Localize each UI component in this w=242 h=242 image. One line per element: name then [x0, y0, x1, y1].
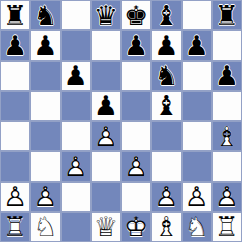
square-b1[interactable]: ♘	[30, 212, 60, 242]
white-bishop: ♗	[151, 212, 181, 242]
square-a4[interactable]	[0, 121, 30, 151]
square-b2[interactable]: ♙	[30, 182, 60, 212]
white-pawn: ♙	[151, 182, 181, 212]
white-pawn: ♙	[121, 151, 151, 181]
black-pawn: ♟	[30, 30, 60, 60]
white-pawn: ♙	[0, 182, 30, 212]
square-a3[interactable]	[0, 151, 30, 181]
square-h2[interactable]: ♙	[212, 182, 242, 212]
white-pawn: ♙	[91, 121, 121, 151]
square-h1[interactable]: ♖	[212, 212, 242, 242]
black-pawn: ♟	[121, 30, 151, 60]
square-g8[interactable]	[182, 0, 212, 30]
square-f2[interactable]: ♙	[151, 182, 181, 212]
square-b4[interactable]	[30, 121, 60, 151]
black-rook: ♜	[0, 0, 30, 30]
square-g1[interactable]: ♘	[182, 212, 212, 242]
square-c7[interactable]	[61, 30, 91, 60]
square-d6[interactable]	[91, 61, 121, 91]
square-d3[interactable]	[91, 151, 121, 181]
square-a1[interactable]: ♖	[0, 212, 30, 242]
square-d2[interactable]	[91, 182, 121, 212]
black-knight: ♞	[30, 0, 60, 30]
square-d1[interactable]: ♕	[91, 212, 121, 242]
white-pawn: ♙	[212, 182, 242, 212]
black-pawn: ♟	[0, 30, 30, 60]
square-e7[interactable]: ♟	[121, 30, 151, 60]
square-a2[interactable]: ♙	[0, 182, 30, 212]
square-b6[interactable]	[30, 61, 60, 91]
square-g5[interactable]	[182, 91, 212, 121]
white-king: ♔	[121, 212, 151, 242]
square-d4[interactable]: ♙	[91, 121, 121, 151]
white-knight: ♘	[182, 212, 212, 242]
square-a5[interactable]	[0, 91, 30, 121]
square-d8[interactable]: ♛	[91, 0, 121, 30]
square-e6[interactable]	[121, 61, 151, 91]
black-rook: ♜	[212, 0, 242, 30]
white-pawn: ♙	[61, 151, 91, 181]
white-knight: ♘	[30, 212, 60, 242]
black-pawn: ♟	[151, 30, 181, 60]
square-f8[interactable]: ♝	[151, 0, 181, 30]
square-g4[interactable]	[182, 121, 212, 151]
white-rook: ♖	[0, 212, 30, 242]
square-f6[interactable]: ♞	[151, 61, 181, 91]
square-g3[interactable]	[182, 151, 212, 181]
square-f3[interactable]	[151, 151, 181, 181]
square-h3[interactable]	[212, 151, 242, 181]
square-e4[interactable]	[121, 121, 151, 151]
square-e5[interactable]	[121, 91, 151, 121]
white-pawn: ♙	[30, 182, 60, 212]
square-c4[interactable]	[61, 121, 91, 151]
square-e2[interactable]	[121, 182, 151, 212]
square-b8[interactable]: ♞	[30, 0, 60, 30]
square-g7[interactable]: ♟	[182, 30, 212, 60]
square-a8[interactable]: ♜	[0, 0, 30, 30]
square-b5[interactable]	[30, 91, 60, 121]
black-bishop: ♝	[151, 0, 181, 30]
square-h7[interactable]	[212, 30, 242, 60]
black-king: ♚	[121, 0, 151, 30]
square-c1[interactable]	[61, 212, 91, 242]
square-c5[interactable]	[61, 91, 91, 121]
white-bishop: ♗	[212, 121, 242, 151]
square-b7[interactable]: ♟	[30, 30, 60, 60]
square-b3[interactable]	[30, 151, 60, 181]
square-h6[interactable]: ♟	[212, 61, 242, 91]
square-a6[interactable]	[0, 61, 30, 91]
chess-board: ♜♞♛♚♝♜♟♟♟♟♟♟♞♟♟♝♙♗♙♙♙♙♙♙♙♖♘♕♔♗♘♖	[0, 0, 242, 242]
square-c6[interactable]: ♟	[61, 61, 91, 91]
square-c8[interactable]	[61, 0, 91, 30]
black-pawn: ♟	[212, 61, 242, 91]
square-e1[interactable]: ♔	[121, 212, 151, 242]
square-d5[interactable]: ♟	[91, 91, 121, 121]
black-bishop: ♝	[151, 91, 181, 121]
black-pawn: ♟	[182, 30, 212, 60]
white-queen: ♕	[91, 212, 121, 242]
black-knight: ♞	[151, 61, 181, 91]
square-f1[interactable]: ♗	[151, 212, 181, 242]
square-e8[interactable]: ♚	[121, 0, 151, 30]
black-queen: ♛	[91, 0, 121, 30]
black-pawn: ♟	[61, 61, 91, 91]
square-h4[interactable]: ♗	[212, 121, 242, 151]
square-d7[interactable]	[91, 30, 121, 60]
square-c2[interactable]	[61, 182, 91, 212]
square-a7[interactable]: ♟	[0, 30, 30, 60]
square-f7[interactable]: ♟	[151, 30, 181, 60]
square-g2[interactable]: ♙	[182, 182, 212, 212]
white-pawn: ♙	[182, 182, 212, 212]
square-h8[interactable]: ♜	[212, 0, 242, 30]
square-h5[interactable]	[212, 91, 242, 121]
square-f4[interactable]	[151, 121, 181, 151]
square-g6[interactable]	[182, 61, 212, 91]
square-f5[interactable]: ♝	[151, 91, 181, 121]
white-rook: ♖	[212, 212, 242, 242]
square-c3[interactable]: ♙	[61, 151, 91, 181]
black-pawn: ♟	[91, 91, 121, 121]
square-e3[interactable]: ♙	[121, 151, 151, 181]
